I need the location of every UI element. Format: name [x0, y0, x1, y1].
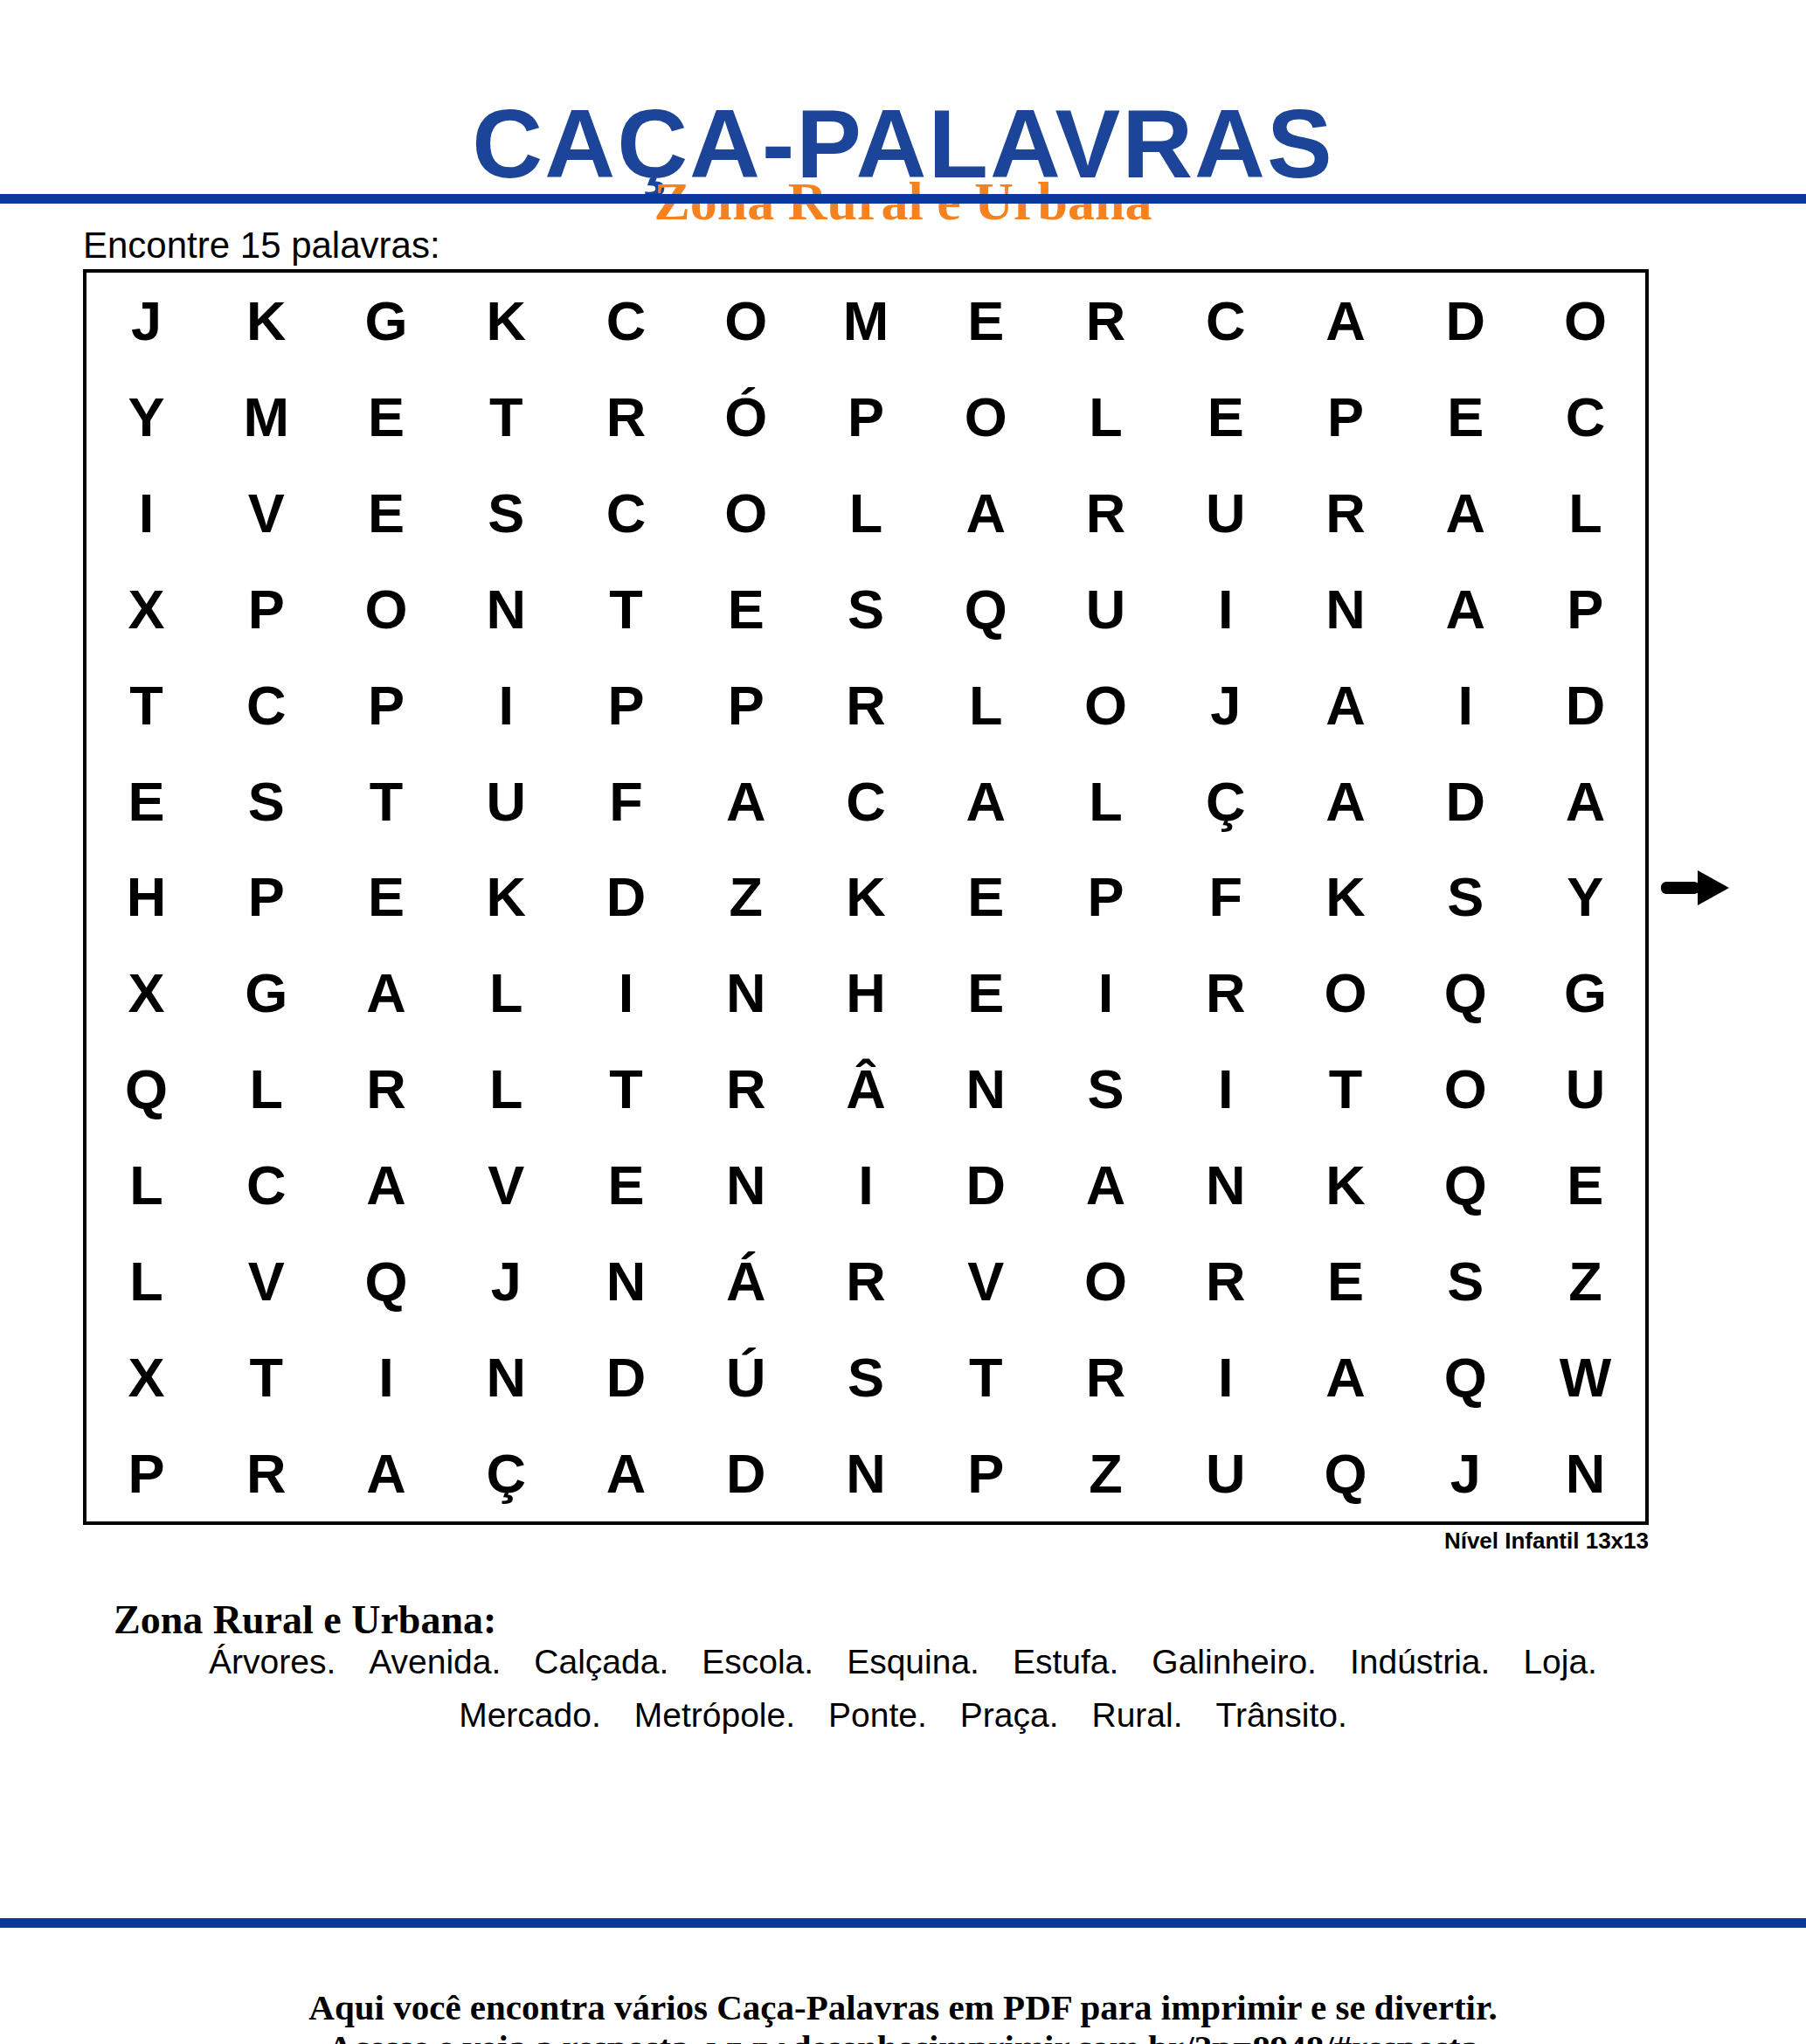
- grid-cell-r9c12[interactable]: O: [1406, 1041, 1526, 1137]
- grid-cell-r5c9[interactable]: O: [1046, 657, 1166, 753]
- word-list-line-1: Árvores.Avenida.Calçada.Escola.Esquina.E…: [0, 1642, 1806, 1683]
- grid-cell-r9c5[interactable]: T: [566, 1041, 686, 1137]
- grid-cell-r3c12[interactable]: A: [1406, 465, 1526, 561]
- grid-cell-r2c8[interactable]: O: [926, 369, 1046, 465]
- grid-cell-r6c10[interactable]: Ç: [1166, 753, 1285, 849]
- grid-cell-r4c7[interactable]: S: [806, 561, 925, 657]
- word-item: Loja.: [1523, 1642, 1597, 1683]
- grid-cell-r4c6[interactable]: E: [686, 561, 806, 657]
- grid-cell-r9c4[interactable]: L: [446, 1041, 566, 1137]
- top-divider: [0, 194, 1806, 204]
- grid-cell-r11c8[interactable]: V: [926, 1233, 1046, 1329]
- grid-cell-r2c13[interactable]: C: [1526, 369, 1645, 465]
- grid-cell-r3c2[interactable]: V: [206, 465, 326, 561]
- grid-cell-r5c6[interactable]: P: [686, 657, 806, 753]
- grid-cell-r5c1[interactable]: T: [86, 657, 206, 753]
- grid-cell-r2c6[interactable]: Ó: [686, 369, 806, 465]
- grid-cell-r6c4[interactable]: U: [446, 753, 566, 849]
- grid-cell-r13c9[interactable]: Z: [1046, 1425, 1166, 1521]
- grid-cell-r11c12[interactable]: S: [1406, 1233, 1526, 1329]
- grid-cell-r12c10[interactable]: I: [1166, 1329, 1285, 1425]
- grid-cell-r8c6[interactable]: N: [686, 945, 806, 1041]
- grid-cell-r12c9[interactable]: R: [1046, 1329, 1166, 1425]
- grid-cell-r3c9[interactable]: R: [1046, 465, 1166, 561]
- grid-cell-r8c9[interactable]: I: [1046, 945, 1166, 1041]
- grid-cell-r7c11[interactable]: K: [1285, 849, 1405, 946]
- grid-cell-r6c6[interactable]: A: [686, 753, 806, 849]
- grid-cell-r4c5[interactable]: T: [566, 561, 686, 657]
- grid-cell-r13c7[interactable]: N: [806, 1425, 925, 1521]
- grid-cell-r9c10[interactable]: I: [1166, 1041, 1285, 1137]
- grid-cell-r10c4[interactable]: V: [446, 1137, 566, 1233]
- level-label: Nível Infantil 13x13: [83, 1528, 1649, 1555]
- grid-cell-r7c3[interactable]: E: [326, 849, 446, 946]
- right-arrow-head: [1698, 870, 1729, 905]
- grid-cell-r1c6[interactable]: O: [686, 273, 806, 369]
- grid-cell-r1c1[interactable]: J: [86, 273, 206, 369]
- grid-cell-r2c5[interactable]: R: [566, 369, 686, 465]
- grid-cell-r13c10[interactable]: U: [1166, 1425, 1285, 1521]
- grid-cell-r4c10[interactable]: I: [1166, 561, 1285, 657]
- grid-cell-r12c12[interactable]: Q: [1406, 1329, 1526, 1425]
- grid-cell-r5c13[interactable]: D: [1526, 657, 1645, 753]
- grid-cell-r6c11[interactable]: A: [1285, 753, 1405, 849]
- grid-cell-r12c4[interactable]: N: [446, 1329, 566, 1425]
- grid-cell-r10c2[interactable]: C: [206, 1137, 326, 1233]
- grid-cell-r9c11[interactable]: T: [1285, 1041, 1405, 1137]
- grid-cell-r1c10[interactable]: C: [1166, 273, 1285, 369]
- grid-cell-r8c4[interactable]: L: [446, 945, 566, 1041]
- grid-cell-r8c5[interactable]: I: [566, 945, 686, 1041]
- grid-cell-r6c3[interactable]: T: [326, 753, 446, 849]
- grid-cell-r10c8[interactable]: D: [926, 1137, 1046, 1233]
- grid-cell-r1c7[interactable]: M: [806, 273, 925, 369]
- grid-cell-r7c13[interactable]: Y: [1526, 849, 1645, 946]
- bottom-divider: [0, 1918, 1806, 1928]
- grid-cell-r5c8[interactable]: L: [926, 657, 1046, 753]
- grid-cell-r13c1[interactable]: P: [86, 1425, 206, 1521]
- word-list-heading: Zona Rural e Urbana:: [114, 1600, 496, 1640]
- grid-cell-r7c10[interactable]: F: [1166, 849, 1285, 946]
- grid-cell-r7c6[interactable]: Z: [686, 849, 806, 946]
- grid-cell-r10c10[interactable]: N: [1166, 1137, 1285, 1233]
- grid-cell-r10c12[interactable]: Q: [1406, 1137, 1526, 1233]
- grid-cell-r3c13[interactable]: L: [1526, 465, 1645, 561]
- grid-cell-r6c5[interactable]: F: [566, 753, 686, 849]
- grid-cell-r5c12[interactable]: I: [1406, 657, 1526, 753]
- grid-cell-r1c3[interactable]: G: [326, 273, 446, 369]
- grid-cell-r12c5[interactable]: D: [566, 1329, 686, 1425]
- word-item: Calçada.: [534, 1642, 668, 1683]
- grid-cell-r7c1[interactable]: H: [86, 849, 206, 946]
- grid-cell-r8c2[interactable]: G: [206, 945, 326, 1041]
- grid-cell-r10c1[interactable]: L: [86, 1137, 206, 1233]
- grid-cell-r7c2[interactable]: P: [206, 849, 326, 946]
- word-item: Trânsito.: [1216, 1695, 1347, 1736]
- grid-cell-r2c11[interactable]: P: [1285, 369, 1405, 465]
- grid-cell-r12c8[interactable]: T: [926, 1329, 1046, 1425]
- grid-cell-r5c10[interactable]: J: [1166, 657, 1285, 753]
- grid-cell-r6c8[interactable]: A: [926, 753, 1046, 849]
- grid-cell-r5c5[interactable]: P: [566, 657, 686, 753]
- grid-cell-r1c12[interactable]: D: [1406, 273, 1526, 369]
- grid-cell-r12c7[interactable]: S: [806, 1329, 925, 1425]
- word-item: Praça.: [960, 1695, 1059, 1736]
- grid-cell-r13c13[interactable]: N: [1526, 1425, 1645, 1521]
- word-list-line-2: Mercado.Metrópole.Ponte.Praça.Rural.Trân…: [0, 1695, 1806, 1736]
- word-item: Avenida.: [369, 1642, 501, 1683]
- word-item: Escola.: [702, 1642, 813, 1683]
- grid-cell-r3c11[interactable]: R: [1285, 465, 1405, 561]
- grid-cell-r9c2[interactable]: L: [206, 1041, 326, 1137]
- grid-cell-r11c3[interactable]: Q: [326, 1233, 446, 1329]
- grid-cell-r3c8[interactable]: A: [926, 465, 1046, 561]
- grid-cell-r12c6[interactable]: Ú: [686, 1329, 806, 1425]
- grid-cell-r1c4[interactable]: K: [446, 273, 566, 369]
- grid-cell-r8c10[interactable]: R: [1166, 945, 1285, 1041]
- grid-cell-r5c4[interactable]: I: [446, 657, 566, 753]
- grid-cell-r2c10[interactable]: E: [1166, 369, 1285, 465]
- grid-cell-r2c1[interactable]: Y: [86, 369, 206, 465]
- word-search-grid: JKGKCOMERCADOYMETRÓPOLEPECIVESCOLARURALX…: [83, 269, 1649, 1525]
- grid-cell-r9c1[interactable]: Q: [86, 1041, 206, 1137]
- grid-cell-r10c3[interactable]: A: [326, 1137, 446, 1233]
- grid-cell-r9c6[interactable]: R: [686, 1041, 806, 1137]
- grid-cell-r4c3[interactable]: O: [326, 561, 446, 657]
- grid-cell-r10c7[interactable]: I: [806, 1137, 925, 1233]
- grid-cell-r7c9[interactable]: P: [1046, 849, 1166, 946]
- grid-cell-r11c7[interactable]: R: [806, 1233, 925, 1329]
- grid-cell-r2c4[interactable]: T: [446, 369, 566, 465]
- grid-cell-r5c3[interactable]: P: [326, 657, 446, 753]
- grid-cell-r3c3[interactable]: E: [326, 465, 446, 561]
- grid-cell-r9c7[interactable]: Â: [806, 1041, 925, 1137]
- grid-cell-r12c3[interactable]: I: [326, 1329, 446, 1425]
- word-item: Galinheiro.: [1152, 1642, 1317, 1683]
- grid-cell-r7c8[interactable]: E: [926, 849, 1046, 946]
- grid-cell-r11c6[interactable]: Á: [686, 1233, 806, 1329]
- grid-cell-r9c8[interactable]: N: [926, 1041, 1046, 1137]
- grid-cell-r9c13[interactable]: U: [1526, 1041, 1645, 1137]
- right-arrow-icon: [1661, 870, 1729, 905]
- grid-cell-r6c9[interactable]: L: [1046, 753, 1166, 849]
- grid-cell-r11c10[interactable]: R: [1166, 1233, 1285, 1329]
- grid-cell-r3c7[interactable]: L: [806, 465, 925, 561]
- word-item: Árvores.: [209, 1642, 336, 1683]
- word-item: Metrópole.: [634, 1695, 795, 1736]
- grid-cell-r10c11[interactable]: K: [1285, 1137, 1405, 1233]
- grid-cell-r1c11[interactable]: A: [1285, 273, 1405, 369]
- word-item: Esquina.: [847, 1642, 979, 1683]
- grid-cell-r13c12[interactable]: J: [1406, 1425, 1526, 1521]
- grid-cell-r11c2[interactable]: V: [206, 1233, 326, 1329]
- grid-cell-r8c1[interactable]: X: [86, 945, 206, 1041]
- grid-cell-r2c9[interactable]: L: [1046, 369, 1166, 465]
- grid-cell-r4c8[interactable]: Q: [926, 561, 1046, 657]
- grid-cell-r1c13[interactable]: O: [1526, 273, 1645, 369]
- grid-cell-r5c7[interactable]: R: [806, 657, 925, 753]
- grid-cell-r1c5[interactable]: C: [566, 273, 686, 369]
- word-item: Rural.: [1092, 1695, 1183, 1736]
- grid-cell-r3c10[interactable]: U: [1166, 465, 1285, 561]
- grid-cell-r6c13[interactable]: A: [1526, 753, 1645, 849]
- grid-cell-r10c13[interactable]: E: [1526, 1137, 1645, 1233]
- grid-cell-r12c1[interactable]: X: [86, 1329, 206, 1425]
- grid-cell-r5c11[interactable]: A: [1285, 657, 1405, 753]
- word-item: Indústria.: [1350, 1642, 1490, 1683]
- grid-cell-r8c11[interactable]: O: [1285, 945, 1405, 1041]
- grid-cell-r13c11[interactable]: Q: [1285, 1425, 1405, 1521]
- grid-cell-r12c13[interactable]: W: [1526, 1329, 1645, 1425]
- grid-cell-r4c1[interactable]: X: [86, 561, 206, 657]
- grid-cell-r12c11[interactable]: A: [1285, 1329, 1405, 1425]
- grid-cell-r2c2[interactable]: M: [206, 369, 326, 465]
- grid-cell-r4c2[interactable]: P: [206, 561, 326, 657]
- grid-cell-r13c2[interactable]: R: [206, 1425, 326, 1521]
- worksheet-page: { "game": "word_search", "header": { "ti…: [0, 0, 1806, 2044]
- grid-cell-r13c6[interactable]: D: [686, 1425, 806, 1521]
- grid-cell-r1c2[interactable]: K: [206, 273, 326, 369]
- grid-cell-r11c1[interactable]: L: [86, 1233, 206, 1329]
- grid-cell-r10c6[interactable]: N: [686, 1137, 806, 1233]
- grid-cell-r8c13[interactable]: G: [1526, 945, 1645, 1041]
- word-item: Estufa.: [1013, 1642, 1118, 1683]
- grid-cell-r13c4[interactable]: Ç: [446, 1425, 566, 1521]
- grid-cell-r8c12[interactable]: Q: [1406, 945, 1526, 1041]
- grid-cell-r8c8[interactable]: E: [926, 945, 1046, 1041]
- grid-cell-r5c2[interactable]: C: [206, 657, 326, 753]
- grid-cell-r11c4[interactable]: J: [446, 1233, 566, 1329]
- grid-cell-r3c4[interactable]: S: [446, 465, 566, 561]
- right-arrow-shaft: [1661, 882, 1699, 894]
- grid-cell-r6c12[interactable]: D: [1406, 753, 1526, 849]
- grid-cell-r10c9[interactable]: A: [1046, 1137, 1166, 1233]
- grid-cell-r2c7[interactable]: P: [806, 369, 925, 465]
- grid-cell-r6c1[interactable]: E: [86, 753, 206, 849]
- grid-cell-r11c11[interactable]: E: [1285, 1233, 1405, 1329]
- grid-cell-r11c9[interactable]: O: [1046, 1233, 1166, 1329]
- grid-cell-r3c1[interactable]: I: [86, 465, 206, 561]
- grid-cell-r13c5[interactable]: A: [566, 1425, 686, 1521]
- grid-cell-r11c5[interactable]: N: [566, 1233, 686, 1329]
- grid-cell-r9c9[interactable]: S: [1046, 1041, 1166, 1137]
- grid-cell-r8c3[interactable]: A: [326, 945, 446, 1041]
- grid-cell-r6c2[interactable]: S: [206, 753, 326, 849]
- grid-cell-r1c8[interactable]: E: [926, 273, 1046, 369]
- grid-cell-r10c5[interactable]: E: [566, 1137, 686, 1233]
- grid-cell-r11c13[interactable]: Z: [1526, 1233, 1645, 1329]
- grid-cell-r7c12[interactable]: S: [1406, 849, 1526, 946]
- grid-cell-r2c12[interactable]: E: [1406, 369, 1526, 465]
- grid-cell-r3c6[interactable]: O: [686, 465, 806, 561]
- grid-cell-r8c7[interactable]: H: [806, 945, 925, 1041]
- footer-line-1: Aqui você encontra vários Caça-Palavras …: [0, 1990, 1806, 2026]
- grid-cell-r4c4[interactable]: N: [446, 561, 566, 657]
- grid-cell-r4c9[interactable]: U: [1046, 561, 1166, 657]
- word-item: Ponte.: [828, 1695, 927, 1736]
- grid-cell-r4c11[interactable]: N: [1285, 561, 1405, 657]
- grid-cell-r12c2[interactable]: T: [206, 1329, 326, 1425]
- grid-cell-r2c3[interactable]: E: [326, 369, 446, 465]
- grid-cell-r7c7[interactable]: K: [806, 849, 925, 946]
- grid-cell-r1c9[interactable]: R: [1046, 273, 1166, 369]
- grid-cell-r4c13[interactable]: P: [1526, 561, 1645, 657]
- grid-cell-r4c12[interactable]: A: [1406, 561, 1526, 657]
- grid-cell-r3c5[interactable]: C: [566, 465, 686, 561]
- grid-cell-r7c4[interactable]: K: [446, 849, 566, 946]
- grid-cell-r13c8[interactable]: P: [926, 1425, 1046, 1521]
- word-item: Mercado.: [459, 1695, 601, 1736]
- grid-cell-r13c3[interactable]: A: [326, 1425, 446, 1521]
- grid-cell-r6c7[interactable]: C: [806, 753, 925, 849]
- instruction-label: Encontre 15 palavras:: [83, 227, 440, 264]
- grid-cell-r7c5[interactable]: D: [566, 849, 686, 946]
- grid-cell-r9c3[interactable]: R: [326, 1041, 446, 1137]
- footer-line-2: Acesse e veja a resposta www.desenhosimp…: [0, 2030, 1806, 2044]
